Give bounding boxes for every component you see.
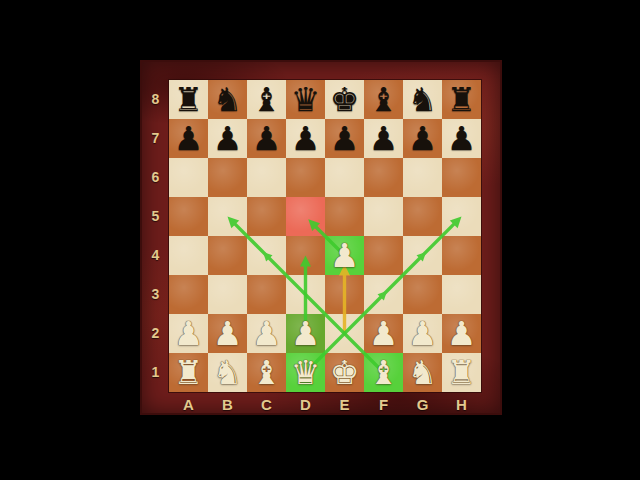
square-g3	[403, 275, 442, 314]
square-b6	[208, 158, 247, 197]
black-knight-b8: ♞	[208, 80, 247, 119]
square-e6	[325, 158, 364, 197]
square-d5	[286, 197, 325, 236]
square-f8: ♝	[364, 80, 403, 119]
rank-label-1: 1	[142, 353, 169, 392]
square-e2	[325, 314, 364, 353]
white-bishop-c1: ♝	[247, 353, 286, 392]
square-b8: ♞	[208, 80, 247, 119]
square-e1: ♚	[325, 353, 364, 392]
square-d7: ♟	[286, 119, 325, 158]
square-h4	[442, 236, 481, 275]
rank-label-4: 4	[142, 236, 169, 275]
square-a8: ♜	[169, 80, 208, 119]
white-pawn-d2: ♟	[286, 314, 325, 353]
square-c1: ♝	[247, 353, 286, 392]
square-g7: ♟	[403, 119, 442, 158]
square-e8: ♚	[325, 80, 364, 119]
file-label-c: C	[247, 392, 286, 417]
black-bishop-f8: ♝	[364, 80, 403, 119]
square-h2: ♟	[442, 314, 481, 353]
square-d1: ♛	[286, 353, 325, 392]
white-pawn-b2: ♟	[208, 314, 247, 353]
square-d4	[286, 236, 325, 275]
rank-label-3: 3	[142, 275, 169, 314]
square-f6	[364, 158, 403, 197]
white-knight-b1: ♞	[208, 353, 247, 392]
square-b5	[208, 197, 247, 236]
square-f1: ♝	[364, 353, 403, 392]
square-h6	[442, 158, 481, 197]
square-f5	[364, 197, 403, 236]
video-frame: 87654321 ABCDEFGH ♜♞♝♛♚♝♞♜♟♟♟♟♟♟♟♟♟♟♟♟♟♟…	[0, 0, 640, 480]
white-pawn-f2: ♟	[364, 314, 403, 353]
rank-label-5: 5	[142, 197, 169, 236]
rank-label-8: 8	[142, 80, 169, 119]
square-f2: ♟	[364, 314, 403, 353]
black-king-e8: ♚	[325, 80, 364, 119]
white-rook-a1: ♜	[169, 353, 208, 392]
square-b3	[208, 275, 247, 314]
file-label-a: A	[169, 392, 208, 417]
square-b4	[208, 236, 247, 275]
black-pawn-h7: ♟	[442, 119, 481, 158]
square-g2: ♟	[403, 314, 442, 353]
square-a3	[169, 275, 208, 314]
square-h8: ♜	[442, 80, 481, 119]
rank-label-7: 7	[142, 119, 169, 158]
square-e4: ♟	[325, 236, 364, 275]
square-c7: ♟	[247, 119, 286, 158]
square-d3	[286, 275, 325, 314]
black-pawn-e7: ♟	[325, 119, 364, 158]
white-rook-h1: ♜	[442, 353, 481, 392]
file-labels: ABCDEFGH	[169, 392, 481, 417]
white-queen-d1: ♛	[286, 353, 325, 392]
board-frame: 87654321 ABCDEFGH ♜♞♝♛♚♝♞♜♟♟♟♟♟♟♟♟♟♟♟♟♟♟…	[140, 60, 502, 415]
file-label-e: E	[325, 392, 364, 417]
white-bishop-f1: ♝	[364, 353, 403, 392]
square-h7: ♟	[442, 119, 481, 158]
square-a2: ♟	[169, 314, 208, 353]
square-a4	[169, 236, 208, 275]
square-d6	[286, 158, 325, 197]
rank-label-6: 6	[142, 158, 169, 197]
file-label-b: B	[208, 392, 247, 417]
black-rook-h8: ♜	[442, 80, 481, 119]
black-queen-d8: ♛	[286, 80, 325, 119]
square-b7: ♟	[208, 119, 247, 158]
black-pawn-g7: ♟	[403, 119, 442, 158]
square-c4	[247, 236, 286, 275]
square-d8: ♛	[286, 80, 325, 119]
file-label-d: D	[286, 392, 325, 417]
square-c8: ♝	[247, 80, 286, 119]
square-c3	[247, 275, 286, 314]
black-pawn-b7: ♟	[208, 119, 247, 158]
square-h3	[442, 275, 481, 314]
white-pawn-g2: ♟	[403, 314, 442, 353]
black-rook-a8: ♜	[169, 80, 208, 119]
square-a6	[169, 158, 208, 197]
square-h1: ♜	[442, 353, 481, 392]
file-label-g: G	[403, 392, 442, 417]
white-king-e1: ♚	[325, 353, 364, 392]
chess-board: ♜♞♝♛♚♝♞♜♟♟♟♟♟♟♟♟♟♟♟♟♟♟♟♟♜♞♝♛♚♝♞♜	[169, 80, 481, 392]
white-pawn-a2: ♟	[169, 314, 208, 353]
square-c2: ♟	[247, 314, 286, 353]
square-b1: ♞	[208, 353, 247, 392]
square-e7: ♟	[325, 119, 364, 158]
square-c5	[247, 197, 286, 236]
square-g5	[403, 197, 442, 236]
square-d2: ♟	[286, 314, 325, 353]
square-e5	[325, 197, 364, 236]
square-h5	[442, 197, 481, 236]
black-knight-g8: ♞	[403, 80, 442, 119]
square-g6	[403, 158, 442, 197]
square-f4	[364, 236, 403, 275]
square-f3	[364, 275, 403, 314]
square-g1: ♞	[403, 353, 442, 392]
square-a1: ♜	[169, 353, 208, 392]
white-pawn-h2: ♟	[442, 314, 481, 353]
black-bishop-c8: ♝	[247, 80, 286, 119]
square-c6	[247, 158, 286, 197]
square-a5	[169, 197, 208, 236]
white-knight-g1: ♞	[403, 353, 442, 392]
file-label-f: F	[364, 392, 403, 417]
black-pawn-f7: ♟	[364, 119, 403, 158]
black-pawn-a7: ♟	[169, 119, 208, 158]
square-g8: ♞	[403, 80, 442, 119]
black-pawn-c7: ♟	[247, 119, 286, 158]
white-pawn-c2: ♟	[247, 314, 286, 353]
rank-label-2: 2	[142, 314, 169, 353]
white-pawn-e4: ♟	[325, 236, 364, 275]
square-g4	[403, 236, 442, 275]
rank-labels: 87654321	[142, 80, 169, 392]
square-e3	[325, 275, 364, 314]
square-f7: ♟	[364, 119, 403, 158]
square-a7: ♟	[169, 119, 208, 158]
file-label-h: H	[442, 392, 481, 417]
square-b2: ♟	[208, 314, 247, 353]
black-pawn-d7: ♟	[286, 119, 325, 158]
